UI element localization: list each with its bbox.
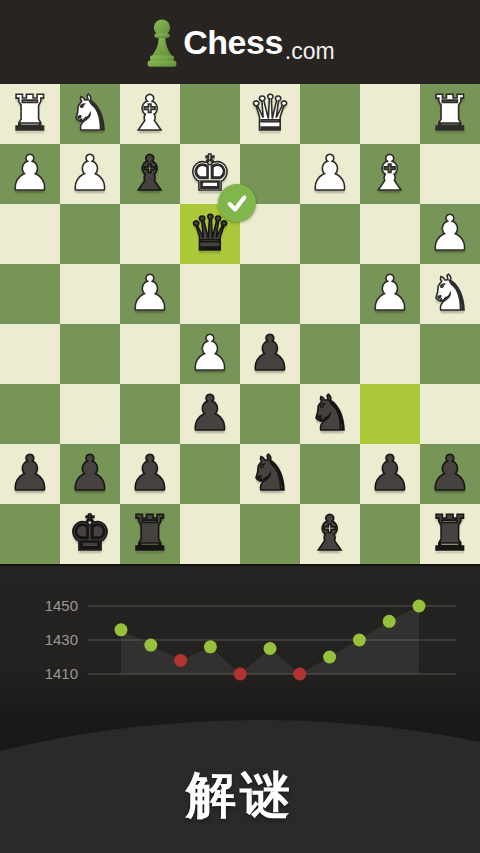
square-d4[interactable] (240, 264, 300, 324)
white-queen: ♛ (248, 84, 292, 144)
black-knight: ♞ (308, 384, 352, 444)
black-bishop: ♝ (308, 504, 352, 564)
square-d8[interactable] (240, 504, 300, 564)
square-b7[interactable]: ♟ (360, 444, 420, 504)
square-b5[interactable] (360, 324, 420, 384)
white-pawn: ♟ (368, 264, 412, 324)
white-pawn: ♟ (188, 324, 232, 384)
y-tick-label: 1410 (45, 665, 78, 682)
chess-board: ♜♞♝♛♜♟♟♝♚♟♝♛♟♟♟♞♟♟♟♞♟♟♟♞♟♟♚♜♝♜ (0, 84, 480, 564)
black-pawn: ♟ (368, 444, 412, 504)
black-pawn: ♟ (68, 444, 112, 504)
square-h3[interactable] (0, 204, 60, 264)
square-e8[interactable] (180, 504, 240, 564)
black-bishop: ♝ (128, 144, 172, 204)
square-a8[interactable]: ♜ (420, 504, 480, 564)
logo-tld: .com (285, 38, 335, 68)
square-c6[interactable]: ♞ (300, 384, 360, 444)
square-g7[interactable]: ♟ (60, 444, 120, 504)
black-pawn: ♟ (428, 444, 472, 504)
square-g1[interactable]: ♞ (60, 84, 120, 144)
rating-point-win (413, 600, 426, 613)
square-f8[interactable]: ♜ (120, 504, 180, 564)
rating-point-win (383, 615, 396, 628)
rating-point-win (323, 651, 336, 664)
square-a5[interactable] (420, 324, 480, 384)
rating-point-loss (234, 668, 247, 681)
square-a6[interactable] (420, 384, 480, 444)
square-f1[interactable]: ♝ (120, 84, 180, 144)
rating-point-loss (174, 654, 187, 667)
square-e1[interactable] (180, 84, 240, 144)
puzzles-title: 解谜 (0, 762, 480, 829)
square-f3[interactable] (120, 204, 180, 264)
rating-point-loss (293, 668, 306, 681)
app-screen: Chess .com ♜♞♝♛♜♟♟♝♚♟♝♛♟♟♟♞♟♟♟♞♟♟♟♞♟♟♚♜♝… (0, 0, 480, 853)
square-g4[interactable] (60, 264, 120, 324)
white-pawn: ♟ (68, 144, 112, 204)
square-g8[interactable]: ♚ (60, 504, 120, 564)
pawn-logo-icon (145, 16, 179, 68)
white-pawn: ♟ (308, 144, 352, 204)
square-c4[interactable] (300, 264, 360, 324)
square-a7[interactable]: ♟ (420, 444, 480, 504)
square-b1[interactable] (360, 84, 420, 144)
square-f2[interactable]: ♝ (120, 144, 180, 204)
logo-wordmark: Chess (183, 23, 283, 62)
square-c2[interactable]: ♟ (300, 144, 360, 204)
square-h5[interactable] (0, 324, 60, 384)
black-knight: ♞ (248, 444, 292, 504)
chesscom-logo: Chess .com (145, 16, 334, 68)
white-knight: ♞ (428, 264, 472, 324)
square-f5[interactable] (120, 324, 180, 384)
square-d1[interactable]: ♛ (240, 84, 300, 144)
rating-point-win (264, 642, 277, 655)
square-g3[interactable] (60, 204, 120, 264)
square-b4[interactable]: ♟ (360, 264, 420, 324)
rating-point-win (144, 639, 157, 652)
square-g6[interactable] (60, 384, 120, 444)
rating-point-win (204, 640, 217, 653)
white-bishop: ♝ (368, 144, 412, 204)
square-d6[interactable] (240, 384, 300, 444)
square-c1[interactable] (300, 84, 360, 144)
black-rook: ♜ (128, 504, 172, 564)
rating-chart: 145014301410 (0, 566, 480, 716)
square-f6[interactable] (120, 384, 180, 444)
square-h1[interactable]: ♜ (0, 84, 60, 144)
square-e7[interactable] (180, 444, 240, 504)
square-f7[interactable]: ♟ (120, 444, 180, 504)
square-d7[interactable]: ♞ (240, 444, 300, 504)
square-g2[interactable]: ♟ (60, 144, 120, 204)
black-pawn: ♟ (248, 324, 292, 384)
app-header: Chess .com (0, 0, 480, 84)
y-tick-label: 1430 (45, 631, 78, 648)
square-c5[interactable] (300, 324, 360, 384)
square-h6[interactable] (0, 384, 60, 444)
black-pawn: ♟ (128, 444, 172, 504)
square-h8[interactable] (0, 504, 60, 564)
square-e5[interactable]: ♟ (180, 324, 240, 384)
white-bishop: ♝ (128, 84, 172, 144)
square-c3[interactable] (300, 204, 360, 264)
square-h2[interactable]: ♟ (0, 144, 60, 204)
black-pawn: ♟ (8, 444, 52, 504)
white-pawn: ♟ (128, 264, 172, 324)
white-rook: ♜ (428, 84, 472, 144)
check-icon (226, 192, 248, 214)
square-a1[interactable]: ♜ (420, 84, 480, 144)
square-a4[interactable]: ♞ (420, 264, 480, 324)
square-b2[interactable]: ♝ (360, 144, 420, 204)
correct-move-badge (218, 184, 256, 222)
y-tick-label: 1450 (45, 597, 78, 614)
square-a3[interactable]: ♟ (420, 204, 480, 264)
square-f4[interactable]: ♟ (120, 264, 180, 324)
square-c8[interactable]: ♝ (300, 504, 360, 564)
white-knight: ♞ (68, 84, 112, 144)
black-rook: ♜ (428, 504, 472, 564)
white-rook: ♜ (8, 84, 52, 144)
black-pawn: ♟ (188, 384, 232, 444)
rating-point-win (353, 634, 366, 647)
square-d5[interactable]: ♟ (240, 324, 300, 384)
square-b6[interactable] (360, 384, 420, 444)
square-b8[interactable] (360, 504, 420, 564)
rating-point-win (115, 623, 128, 636)
square-e6[interactable]: ♟ (180, 384, 240, 444)
square-h7[interactable]: ♟ (0, 444, 60, 504)
square-c7[interactable] (300, 444, 360, 504)
square-g5[interactable] (60, 324, 120, 384)
square-h4[interactable] (0, 264, 60, 324)
square-a2[interactable] (420, 144, 480, 204)
white-pawn: ♟ (8, 144, 52, 204)
white-pawn: ♟ (428, 204, 472, 264)
bottom-panel: 145014301410 解谜 (0, 564, 480, 853)
square-e4[interactable] (180, 264, 240, 324)
black-king: ♚ (68, 504, 112, 564)
square-b3[interactable] (360, 204, 420, 264)
